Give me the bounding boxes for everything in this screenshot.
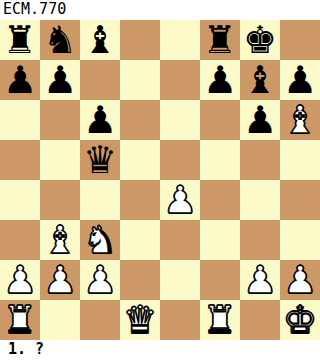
chess-diagram-window: ECM.770 ♜♞♝♜♚♟♟♟♝♟♟♟♝♛♟♝♞♟♟♟♟♟♜♛♜♚ 1. ? xyxy=(0,0,320,360)
piece-white-knight[interactable]: ♞ xyxy=(83,220,117,260)
square-b2[interactable]: ♟ xyxy=(40,260,80,300)
square-a3[interactable] xyxy=(0,220,40,260)
square-c5[interactable]: ♛ xyxy=(80,140,120,180)
piece-white-queen[interactable]: ♛ xyxy=(123,300,157,340)
square-d3[interactable] xyxy=(120,220,160,260)
piece-black-pawn[interactable]: ♟ xyxy=(3,60,37,100)
piece-white-bishop[interactable]: ♝ xyxy=(43,220,77,260)
square-f7[interactable]: ♟ xyxy=(200,60,240,100)
square-c8[interactable]: ♝ xyxy=(80,20,120,60)
square-a2[interactable]: ♟ xyxy=(0,260,40,300)
square-f1[interactable]: ♜ xyxy=(200,300,240,340)
piece-white-pawn[interactable]: ♟ xyxy=(43,260,77,300)
piece-black-queen[interactable]: ♛ xyxy=(83,140,117,180)
square-d2[interactable] xyxy=(120,260,160,300)
square-a5[interactable] xyxy=(0,140,40,180)
square-h2[interactable]: ♟ xyxy=(280,260,320,300)
square-e7[interactable] xyxy=(160,60,200,100)
square-c2[interactable]: ♟ xyxy=(80,260,120,300)
piece-black-pawn[interactable]: ♟ xyxy=(243,100,277,140)
square-h1[interactable]: ♚ xyxy=(280,300,320,340)
square-h7[interactable]: ♟ xyxy=(280,60,320,100)
square-a7[interactable]: ♟ xyxy=(0,60,40,100)
square-d6[interactable] xyxy=(120,100,160,140)
square-g1[interactable] xyxy=(240,300,280,340)
square-c3[interactable]: ♞ xyxy=(80,220,120,260)
square-f5[interactable] xyxy=(200,140,240,180)
square-a8[interactable]: ♜ xyxy=(0,20,40,60)
square-b6[interactable] xyxy=(40,100,80,140)
square-a4[interactable] xyxy=(0,180,40,220)
square-b5[interactable] xyxy=(40,140,80,180)
square-e4[interactable]: ♟ xyxy=(160,180,200,220)
piece-black-bishop[interactable]: ♝ xyxy=(83,20,117,60)
piece-black-rook[interactable]: ♜ xyxy=(203,20,237,60)
piece-black-rook[interactable]: ♜ xyxy=(3,20,37,60)
square-c6[interactable]: ♟ xyxy=(80,100,120,140)
square-f3[interactable] xyxy=(200,220,240,260)
piece-white-pawn[interactable]: ♟ xyxy=(283,260,317,300)
square-b3[interactable]: ♝ xyxy=(40,220,80,260)
square-a1[interactable]: ♜ xyxy=(0,300,40,340)
square-g3[interactable] xyxy=(240,220,280,260)
square-e2[interactable] xyxy=(160,260,200,300)
square-e6[interactable] xyxy=(160,100,200,140)
piece-white-pawn[interactable]: ♟ xyxy=(3,260,37,300)
chess-board: ♜♞♝♜♚♟♟♟♝♟♟♟♝♛♟♝♞♟♟♟♟♟♜♛♜♚ xyxy=(0,20,320,340)
square-h3[interactable] xyxy=(280,220,320,260)
square-h6[interactable]: ♝ xyxy=(280,100,320,140)
square-f2[interactable] xyxy=(200,260,240,300)
square-g2[interactable]: ♟ xyxy=(240,260,280,300)
square-g6[interactable]: ♟ xyxy=(240,100,280,140)
square-c7[interactable] xyxy=(80,60,120,100)
piece-black-pawn[interactable]: ♟ xyxy=(203,60,237,100)
square-b7[interactable]: ♟ xyxy=(40,60,80,100)
square-d1[interactable]: ♛ xyxy=(120,300,160,340)
square-e1[interactable] xyxy=(160,300,200,340)
move-prompt: 1. ? xyxy=(8,340,44,360)
square-d7[interactable] xyxy=(120,60,160,100)
square-b8[interactable]: ♞ xyxy=(40,20,80,60)
square-b4[interactable] xyxy=(40,180,80,220)
piece-black-king[interactable]: ♚ xyxy=(243,20,277,60)
square-g5[interactable] xyxy=(240,140,280,180)
square-f6[interactable] xyxy=(200,100,240,140)
piece-white-bishop[interactable]: ♝ xyxy=(283,100,317,140)
square-d4[interactable] xyxy=(120,180,160,220)
square-c1[interactable] xyxy=(80,300,120,340)
piece-white-pawn[interactable]: ♟ xyxy=(83,260,117,300)
piece-white-pawn[interactable]: ♟ xyxy=(243,260,277,300)
square-b1[interactable] xyxy=(40,300,80,340)
piece-black-pawn[interactable]: ♟ xyxy=(283,60,317,100)
piece-white-rook[interactable]: ♜ xyxy=(203,300,237,340)
piece-black-pawn[interactable]: ♟ xyxy=(43,60,77,100)
square-e8[interactable] xyxy=(160,20,200,60)
square-h4[interactable] xyxy=(280,180,320,220)
piece-white-king[interactable]: ♚ xyxy=(283,300,317,340)
piece-white-pawn[interactable]: ♟ xyxy=(163,180,197,220)
square-d8[interactable] xyxy=(120,20,160,60)
square-a6[interactable] xyxy=(0,100,40,140)
square-c4[interactable] xyxy=(80,180,120,220)
square-h8[interactable] xyxy=(280,20,320,60)
square-g7[interactable]: ♝ xyxy=(240,60,280,100)
piece-black-bishop[interactable]: ♝ xyxy=(243,60,277,100)
piece-white-rook[interactable]: ♜ xyxy=(3,300,37,340)
square-f4[interactable] xyxy=(200,180,240,220)
square-f8[interactable]: ♜ xyxy=(200,20,240,60)
square-d5[interactable] xyxy=(120,140,160,180)
square-g8[interactable]: ♚ xyxy=(240,20,280,60)
piece-black-knight[interactable]: ♞ xyxy=(43,20,77,60)
page-title: ECM.770 xyxy=(3,1,66,19)
square-g4[interactable] xyxy=(240,180,280,220)
square-e3[interactable] xyxy=(160,220,200,260)
square-h5[interactable] xyxy=(280,140,320,180)
square-e5[interactable] xyxy=(160,140,200,180)
piece-black-pawn[interactable]: ♟ xyxy=(83,100,117,140)
